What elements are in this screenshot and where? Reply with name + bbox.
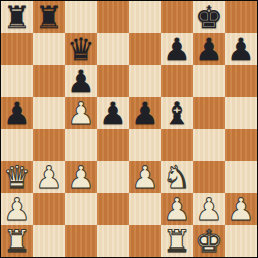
white-queen[interactable]: ♛	[3, 161, 31, 193]
black-pawn[interactable]: ♟	[163, 33, 191, 65]
square-f3[interactable]: ♞	[161, 161, 193, 193]
white-pawn[interactable]: ♟	[67, 97, 95, 129]
square-g3[interactable]	[193, 161, 225, 193]
black-bishop[interactable]: ♝	[163, 97, 191, 129]
square-b7[interactable]	[33, 33, 65, 65]
square-a6[interactable]	[1, 65, 33, 97]
white-pawn[interactable]: ♟	[227, 193, 255, 225]
square-c7[interactable]: ♛	[65, 33, 97, 65]
white-pawn[interactable]: ♟	[35, 161, 63, 193]
square-a5[interactable]: ♟	[1, 97, 33, 129]
square-a1[interactable]: ♜	[1, 225, 33, 257]
black-king[interactable]: ♚	[195, 1, 223, 33]
square-b6[interactable]	[33, 65, 65, 97]
square-e1[interactable]	[129, 225, 161, 257]
square-g1[interactable]: ♚	[193, 225, 225, 257]
square-e2[interactable]	[129, 193, 161, 225]
square-d8[interactable]	[97, 1, 129, 33]
square-b8[interactable]: ♜	[33, 1, 65, 33]
square-e8[interactable]	[129, 1, 161, 33]
square-e7[interactable]	[129, 33, 161, 65]
black-pawn[interactable]: ♟	[227, 33, 255, 65]
square-h4[interactable]	[225, 129, 257, 161]
square-h3[interactable]	[225, 161, 257, 193]
white-pawn[interactable]: ♟	[131, 161, 159, 193]
square-d4[interactable]	[97, 129, 129, 161]
square-e4[interactable]	[129, 129, 161, 161]
square-b5[interactable]	[33, 97, 65, 129]
square-d7[interactable]	[97, 33, 129, 65]
square-f5[interactable]: ♝	[161, 97, 193, 129]
black-pawn[interactable]: ♟	[131, 97, 159, 129]
square-c8[interactable]	[65, 1, 97, 33]
square-d6[interactable]	[97, 65, 129, 97]
square-b4[interactable]	[33, 129, 65, 161]
square-a4[interactable]	[1, 129, 33, 161]
black-queen[interactable]: ♛	[67, 33, 95, 65]
square-g8[interactable]: ♚	[193, 1, 225, 33]
square-a2[interactable]: ♟	[1, 193, 33, 225]
square-d1[interactable]	[97, 225, 129, 257]
chess-board-frame: ♜♜♚♛♟♟♟♟♟♟♟♟♝♛♟♟♟♞♟♟♟♟♜♜♚	[0, 0, 258, 258]
square-h1[interactable]	[225, 225, 257, 257]
white-rook[interactable]: ♜	[163, 225, 191, 257]
square-e3[interactable]: ♟	[129, 161, 161, 193]
square-h7[interactable]: ♟	[225, 33, 257, 65]
square-h8[interactable]	[225, 1, 257, 33]
square-f6[interactable]	[161, 65, 193, 97]
square-c6[interactable]: ♟	[65, 65, 97, 97]
white-knight[interactable]: ♞	[163, 161, 191, 193]
square-d3[interactable]	[97, 161, 129, 193]
square-a8[interactable]: ♜	[1, 1, 33, 33]
chess-board: ♜♜♚♛♟♟♟♟♟♟♟♟♝♛♟♟♟♞♟♟♟♟♜♜♚	[1, 1, 257, 257]
white-pawn[interactable]: ♟	[195, 193, 223, 225]
white-pawn[interactable]: ♟	[67, 161, 95, 193]
square-h5[interactable]	[225, 97, 257, 129]
square-g5[interactable]	[193, 97, 225, 129]
square-c4[interactable]	[65, 129, 97, 161]
square-f8[interactable]	[161, 1, 193, 33]
square-g2[interactable]: ♟	[193, 193, 225, 225]
white-rook[interactable]: ♜	[3, 225, 31, 257]
black-pawn[interactable]: ♟	[67, 65, 95, 97]
square-b1[interactable]	[33, 225, 65, 257]
square-f1[interactable]: ♜	[161, 225, 193, 257]
square-f4[interactable]	[161, 129, 193, 161]
black-pawn[interactable]: ♟	[99, 97, 127, 129]
square-e5[interactable]: ♟	[129, 97, 161, 129]
square-c5[interactable]: ♟	[65, 97, 97, 129]
square-g4[interactable]	[193, 129, 225, 161]
black-pawn[interactable]: ♟	[195, 33, 223, 65]
square-a7[interactable]	[1, 33, 33, 65]
black-rook[interactable]: ♜	[3, 1, 31, 33]
white-king[interactable]: ♚	[195, 225, 223, 257]
white-pawn[interactable]: ♟	[163, 193, 191, 225]
square-g6[interactable]	[193, 65, 225, 97]
black-rook[interactable]: ♜	[35, 1, 63, 33]
square-h2[interactable]: ♟	[225, 193, 257, 225]
square-a3[interactable]: ♛	[1, 161, 33, 193]
square-e6[interactable]	[129, 65, 161, 97]
square-c2[interactable]	[65, 193, 97, 225]
square-f2[interactable]: ♟	[161, 193, 193, 225]
square-c3[interactable]: ♟	[65, 161, 97, 193]
square-g7[interactable]: ♟	[193, 33, 225, 65]
square-b2[interactable]	[33, 193, 65, 225]
square-d5[interactable]: ♟	[97, 97, 129, 129]
square-h6[interactable]	[225, 65, 257, 97]
square-c1[interactable]	[65, 225, 97, 257]
square-f7[interactable]: ♟	[161, 33, 193, 65]
square-d2[interactable]	[97, 193, 129, 225]
square-b3[interactable]: ♟	[33, 161, 65, 193]
white-pawn[interactable]: ♟	[3, 193, 31, 225]
black-pawn[interactable]: ♟	[3, 97, 31, 129]
